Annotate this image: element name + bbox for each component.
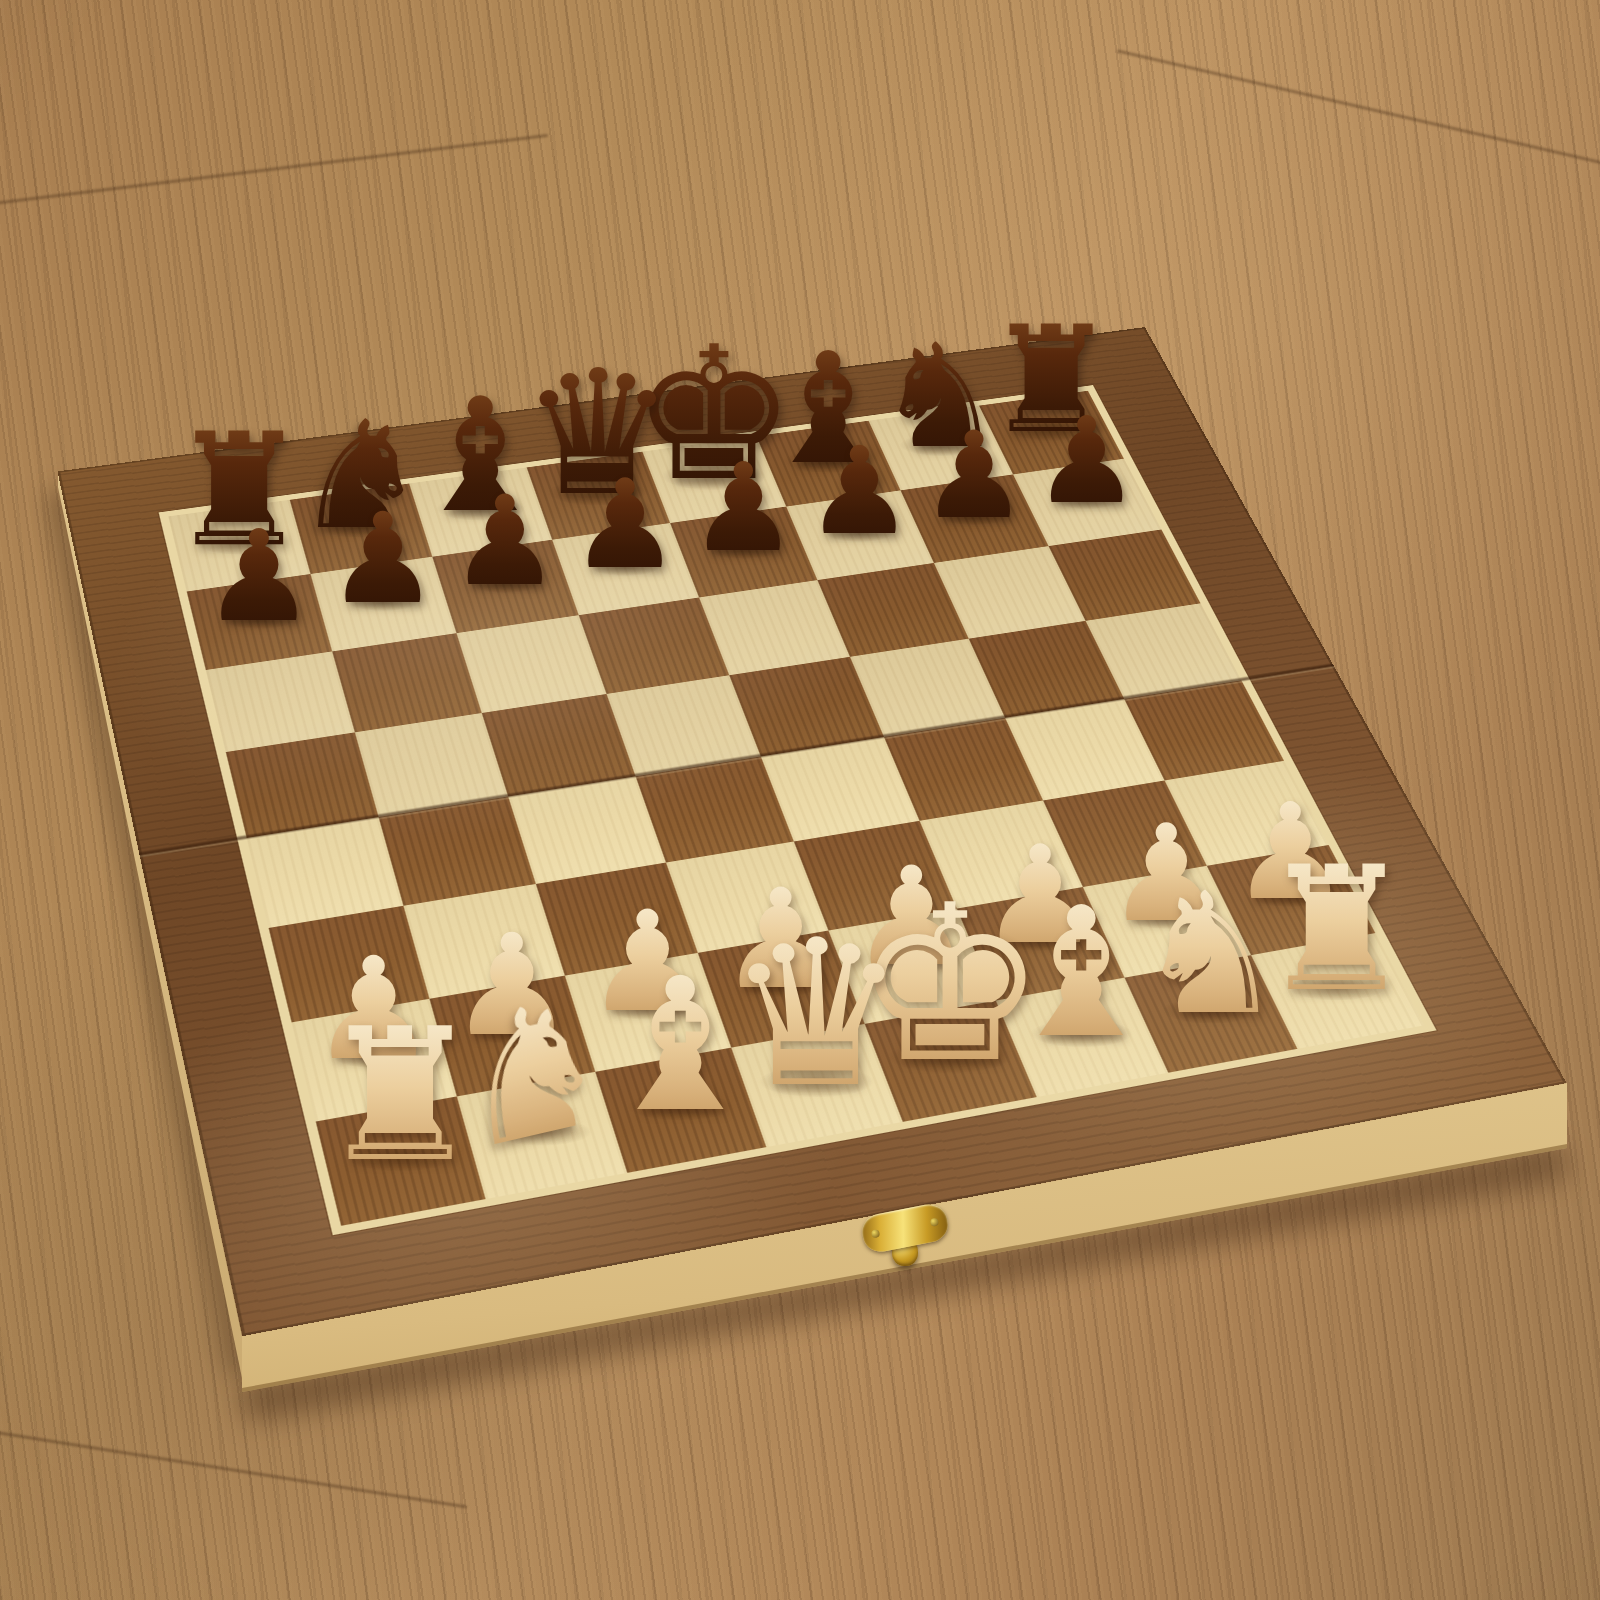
photo-root: ♜♞♝♛♚♝♞♜♟♟♟♟♟♟♟♟♟♟♟♟♟♟♟♟♜♞♝♛♚♝♞♜ <box>0 0 1600 1600</box>
black-pawn-c7[interactable]: ♟ <box>443 480 567 604</box>
black-pawn-b7[interactable]: ♟ <box>321 497 446 622</box>
pieces-layer: ♜♞♝♛♚♝♞♜♟♟♟♟♟♟♟♟♟♟♟♟♟♟♟♟♜♞♝♛♚♝♞♜ <box>0 0 1600 1600</box>
white-rook-a1[interactable]: ♜ <box>308 1004 491 1187</box>
black-pawn-g7[interactable]: ♟ <box>914 416 1034 536</box>
black-pawn-a7[interactable]: ♟ <box>196 514 322 640</box>
black-pawn-d7[interactable]: ♟ <box>564 464 687 587</box>
black-pawn-e7[interactable]: ♟ <box>682 448 804 570</box>
black-pawn-f7[interactable]: ♟ <box>799 432 920 553</box>
black-pawn-h7[interactable]: ♟ <box>1027 401 1146 520</box>
